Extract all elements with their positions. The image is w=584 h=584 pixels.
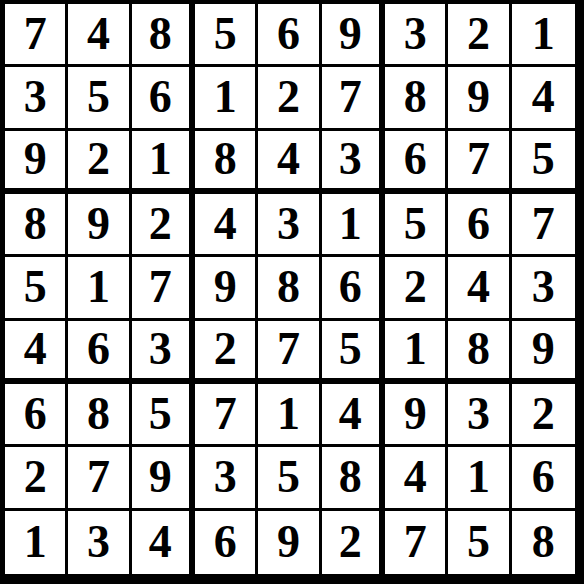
sudoku-cell-r4c8[interactable]: 6 <box>448 194 511 257</box>
sudoku-cell-r3c8[interactable]: 7 <box>448 131 511 194</box>
sudoku-cell-r1c7[interactable]: 3 <box>385 4 448 67</box>
sudoku-cell-r5c2[interactable]: 1 <box>68 257 131 320</box>
sudoku-cell-r5c9[interactable]: 3 <box>512 257 575 320</box>
sudoku-cell-r3c4[interactable]: 8 <box>195 131 258 194</box>
sudoku-cell-r5c3[interactable]: 7 <box>132 257 195 320</box>
sudoku-cell-r9c4[interactable]: 6 <box>195 511 258 574</box>
sudoku-page: 7485693213561278949218436758924315675179… <box>0 0 584 584</box>
sudoku-cell-r5c8[interactable]: 4 <box>448 257 511 320</box>
sudoku-cell-r8c3[interactable]: 9 <box>132 447 195 510</box>
sudoku-cell-r7c2[interactable]: 8 <box>68 384 131 447</box>
sudoku-cell-r8c1[interactable]: 2 <box>5 447 68 510</box>
sudoku-cell-r9c2[interactable]: 3 <box>68 511 131 574</box>
sudoku-cell-r4c9[interactable]: 7 <box>512 194 575 257</box>
sudoku-cell-r4c3[interactable]: 2 <box>132 194 195 257</box>
sudoku-cell-r2c8[interactable]: 9 <box>448 67 511 130</box>
sudoku-cell-r9c1[interactable]: 1 <box>5 511 68 574</box>
sudoku-cell-r3c7[interactable]: 6 <box>385 131 448 194</box>
sudoku-cell-r5c7[interactable]: 2 <box>385 257 448 320</box>
sudoku-cell-r2c5[interactable]: 2 <box>258 67 321 130</box>
sudoku-cell-r2c2[interactable]: 5 <box>68 67 131 130</box>
sudoku-cell-r4c6[interactable]: 1 <box>322 194 385 257</box>
sudoku-cell-r7c8[interactable]: 3 <box>448 384 511 447</box>
sudoku-cell-r6c2[interactable]: 6 <box>68 321 131 384</box>
sudoku-cell-r3c6[interactable]: 3 <box>322 131 385 194</box>
sudoku-cell-r6c8[interactable]: 8 <box>448 321 511 384</box>
sudoku-cell-r9c3[interactable]: 4 <box>132 511 195 574</box>
sudoku-cell-r9c9[interactable]: 8 <box>512 511 575 574</box>
sudoku-cell-r1c6[interactable]: 9 <box>322 4 385 67</box>
sudoku-cell-r3c9[interactable]: 5 <box>512 131 575 194</box>
sudoku-cell-r9c7[interactable]: 7 <box>385 511 448 574</box>
sudoku-cell-r8c5[interactable]: 5 <box>258 447 321 510</box>
sudoku-cell-r1c5[interactable]: 6 <box>258 4 321 67</box>
sudoku-cell-r4c4[interactable]: 4 <box>195 194 258 257</box>
sudoku-cell-r6c3[interactable]: 3 <box>132 321 195 384</box>
sudoku-cell-r3c2[interactable]: 2 <box>68 131 131 194</box>
sudoku-cell-r2c7[interactable]: 8 <box>385 67 448 130</box>
sudoku-cell-r6c4[interactable]: 2 <box>195 321 258 384</box>
sudoku-cell-r1c9[interactable]: 1 <box>512 4 575 67</box>
sudoku-cell-r5c6[interactable]: 6 <box>322 257 385 320</box>
sudoku-cell-r6c1[interactable]: 4 <box>5 321 68 384</box>
sudoku-cell-r8c2[interactable]: 7 <box>68 447 131 510</box>
sudoku-cell-r4c7[interactable]: 5 <box>385 194 448 257</box>
sudoku-cell-r3c3[interactable]: 1 <box>132 131 195 194</box>
sudoku-cell-r3c5[interactable]: 4 <box>258 131 321 194</box>
sudoku-cell-r1c2[interactable]: 4 <box>68 4 131 67</box>
sudoku-cell-r4c2[interactable]: 9 <box>68 194 131 257</box>
sudoku-cell-r7c4[interactable]: 7 <box>195 384 258 447</box>
sudoku-cell-r6c6[interactable]: 5 <box>322 321 385 384</box>
sudoku-cell-r1c3[interactable]: 8 <box>132 4 195 67</box>
sudoku-cell-r4c1[interactable]: 8 <box>5 194 68 257</box>
sudoku-cell-r2c4[interactable]: 1 <box>195 67 258 130</box>
sudoku-cell-r9c5[interactable]: 9 <box>258 511 321 574</box>
sudoku-cell-r5c4[interactable]: 9 <box>195 257 258 320</box>
sudoku-cell-r8c7[interactable]: 4 <box>385 447 448 510</box>
sudoku-cell-r2c6[interactable]: 7 <box>322 67 385 130</box>
sudoku-cell-r6c7[interactable]: 1 <box>385 321 448 384</box>
sudoku-cell-r7c7[interactable]: 9 <box>385 384 448 447</box>
sudoku-cell-r7c1[interactable]: 6 <box>5 384 68 447</box>
sudoku-cell-r7c9[interactable]: 2 <box>512 384 575 447</box>
sudoku-cell-r2c3[interactable]: 6 <box>132 67 195 130</box>
sudoku-cell-r9c6[interactable]: 2 <box>322 511 385 574</box>
sudoku-cell-r2c1[interactable]: 3 <box>5 67 68 130</box>
sudoku-cell-r6c5[interactable]: 7 <box>258 321 321 384</box>
sudoku-cell-r8c8[interactable]: 1 <box>448 447 511 510</box>
sudoku-cell-r7c6[interactable]: 4 <box>322 384 385 447</box>
sudoku-cell-r7c3[interactable]: 5 <box>132 384 195 447</box>
sudoku-cell-r1c1[interactable]: 7 <box>5 4 68 67</box>
sudoku-cell-r8c6[interactable]: 8 <box>322 447 385 510</box>
sudoku-cell-r4c5[interactable]: 3 <box>258 194 321 257</box>
sudoku-cell-r5c5[interactable]: 8 <box>258 257 321 320</box>
sudoku-cell-r5c1[interactable]: 5 <box>5 257 68 320</box>
sudoku-cell-r8c4[interactable]: 3 <box>195 447 258 510</box>
sudoku-board: 7485693213561278949218436758924315675179… <box>0 0 584 584</box>
sudoku-cell-r1c8[interactable]: 2 <box>448 4 511 67</box>
sudoku-cell-r2c9[interactable]: 4 <box>512 67 575 130</box>
sudoku-cell-r8c9[interactable]: 6 <box>512 447 575 510</box>
sudoku-cell-r3c1[interactable]: 9 <box>5 131 68 194</box>
sudoku-cell-r1c4[interactable]: 5 <box>195 4 258 67</box>
sudoku-cell-r6c9[interactable]: 9 <box>512 321 575 384</box>
sudoku-cell-r7c5[interactable]: 1 <box>258 384 321 447</box>
sudoku-cell-r9c8[interactable]: 5 <box>448 511 511 574</box>
